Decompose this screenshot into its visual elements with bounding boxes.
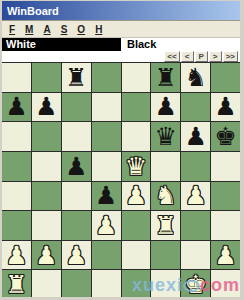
square-f7[interactable]: ♟ xyxy=(151,93,180,122)
black-pawn: ♟ xyxy=(35,94,57,119)
black-pawn: ♟ xyxy=(95,183,117,208)
square-b7[interactable]: ♟ xyxy=(32,93,61,122)
square-b3[interactable] xyxy=(32,211,61,240)
square-f2[interactable] xyxy=(151,241,180,270)
white-rook: ♜ xyxy=(5,272,27,297)
black-knight: ♞ xyxy=(184,65,206,90)
white-queen: ♛ xyxy=(125,154,147,179)
black-pawn: ♟ xyxy=(5,94,27,119)
square-d8[interactable] xyxy=(92,63,121,92)
square-c4[interactable] xyxy=(62,182,91,211)
black-queen: ♛ xyxy=(155,124,177,149)
menu-action[interactable]: A xyxy=(43,24,50,35)
white-pawn: ♟ xyxy=(184,183,206,208)
square-h8[interactable] xyxy=(211,63,240,92)
square-d2[interactable] xyxy=(92,241,121,270)
back-button[interactable]: < xyxy=(181,51,194,62)
square-e5[interactable]: ♛ xyxy=(122,152,151,181)
square-e8[interactable] xyxy=(122,63,151,92)
square-g6[interactable]: ♟ xyxy=(181,122,210,151)
menu-step[interactable]: S xyxy=(61,24,68,35)
fast-forward-button[interactable]: >> xyxy=(223,51,238,62)
white-clock[interactable]: White xyxy=(2,38,121,51)
square-h1[interactable] xyxy=(211,270,240,299)
white-pawn: ♟ xyxy=(214,243,236,268)
square-a3[interactable] xyxy=(2,211,31,240)
square-g8[interactable]: ♞ xyxy=(181,63,210,92)
square-e6[interactable] xyxy=(122,122,151,151)
square-h2[interactable]: ♟ xyxy=(211,241,240,270)
white-king: ♚ xyxy=(184,272,206,297)
square-a4[interactable] xyxy=(2,182,31,211)
square-h7[interactable]: ♟ xyxy=(211,93,240,122)
square-g1[interactable]: ♚ xyxy=(181,270,210,299)
square-h6[interactable]: ♚ xyxy=(211,122,240,151)
pause-button[interactable]: P xyxy=(195,51,208,62)
square-c5[interactable]: ♟ xyxy=(62,152,91,181)
white-pawn: ♟ xyxy=(95,213,117,238)
square-a5[interactable] xyxy=(2,152,31,181)
square-f3[interactable]: ♜ xyxy=(151,211,180,240)
title-bar[interactable]: WinBoard xyxy=(2,1,240,21)
square-g2[interactable] xyxy=(181,241,210,270)
window-title: WinBoard xyxy=(7,5,59,17)
white-pawn: ♟ xyxy=(5,243,27,268)
square-c6[interactable] xyxy=(62,122,91,151)
square-d6[interactable] xyxy=(92,122,121,151)
square-a1[interactable]: ♜ xyxy=(2,270,31,299)
black-pawn: ♟ xyxy=(184,124,206,149)
rewind-button[interactable]: << xyxy=(164,51,179,62)
square-e3[interactable] xyxy=(122,211,151,240)
square-h4[interactable] xyxy=(211,182,240,211)
square-b1[interactable] xyxy=(32,270,61,299)
square-h5[interactable] xyxy=(211,152,240,181)
square-f1[interactable] xyxy=(151,270,180,299)
square-e7[interactable] xyxy=(122,93,151,122)
square-e2[interactable] xyxy=(122,241,151,270)
square-g7[interactable] xyxy=(181,93,210,122)
white-pawn: ♟ xyxy=(35,243,57,268)
square-d3[interactable]: ♟ xyxy=(92,211,121,240)
black-pawn: ♟ xyxy=(214,94,236,119)
square-c7[interactable] xyxy=(62,93,91,122)
square-e1[interactable] xyxy=(122,270,151,299)
white-knight: ♞ xyxy=(155,183,177,208)
square-f8[interactable]: ♜ xyxy=(151,63,180,92)
black-pawn: ♟ xyxy=(155,94,177,119)
winboard-window: WinBoard FMASOH White Black <<<P>>> ♜♜♞♟… xyxy=(0,0,244,300)
clock-row: White Black xyxy=(2,38,240,51)
black-clock[interactable]: Black xyxy=(121,38,240,51)
square-c2[interactable]: ♟ xyxy=(62,241,91,270)
square-d7[interactable] xyxy=(92,93,121,122)
black-rook: ♜ xyxy=(65,65,87,90)
square-a8[interactable] xyxy=(2,63,31,92)
square-c8[interactable]: ♜ xyxy=(62,63,91,92)
square-a6[interactable] xyxy=(2,122,31,151)
white-pawn: ♟ xyxy=(65,243,87,268)
square-b5[interactable] xyxy=(32,152,61,181)
square-d5[interactable] xyxy=(92,152,121,181)
square-c3[interactable] xyxy=(62,211,91,240)
forward-button[interactable]: > xyxy=(209,51,222,62)
chess-board: ♜♜♞♟♟♟♟♛♟♚♟♛♟♟♞♟♟♜♟♟♟♟♜♚ xyxy=(2,62,240,299)
square-b4[interactable] xyxy=(32,182,61,211)
menu-help[interactable]: H xyxy=(95,24,102,35)
black-rook: ♜ xyxy=(155,65,177,90)
square-e4[interactable]: ♟ xyxy=(122,182,151,211)
square-f4[interactable]: ♞ xyxy=(151,182,180,211)
square-g3[interactable] xyxy=(181,211,210,240)
square-h3[interactable] xyxy=(211,211,240,240)
white-pawn: ♟ xyxy=(125,183,147,208)
black-pawn: ♟ xyxy=(65,154,87,179)
menu-file[interactable]: F xyxy=(9,24,15,35)
menu-options[interactable]: O xyxy=(77,24,85,35)
square-b6[interactable] xyxy=(32,122,61,151)
nav-button-row: <<<P>>> xyxy=(2,51,240,62)
white-rook: ♜ xyxy=(155,213,177,238)
black-king: ♚ xyxy=(214,124,236,149)
square-a7[interactable]: ♟ xyxy=(2,93,31,122)
menu-bar: FMASOH xyxy=(2,21,240,38)
square-f6[interactable]: ♛ xyxy=(151,122,180,151)
square-c1[interactable] xyxy=(62,270,91,299)
square-d4[interactable]: ♟ xyxy=(92,182,121,211)
square-f5[interactable] xyxy=(151,152,180,181)
square-b8[interactable] xyxy=(32,63,61,92)
menu-mode[interactable]: M xyxy=(25,24,33,35)
square-g4[interactable]: ♟ xyxy=(181,182,210,211)
square-g5[interactable] xyxy=(181,152,210,181)
square-a2[interactable]: ♟ xyxy=(2,241,31,270)
square-d1[interactable] xyxy=(92,270,121,299)
square-b2[interactable]: ♟ xyxy=(32,241,61,270)
